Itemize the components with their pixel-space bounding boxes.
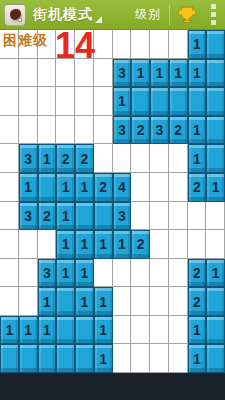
cell-r5c1[interactable]: 1	[19, 173, 38, 202]
cell-r2c7[interactable]	[131, 87, 150, 116]
cell-r3c8[interactable]: 3	[150, 116, 169, 145]
cell-r4c9[interactable]	[169, 144, 188, 173]
cell-r7c5[interactable]: 1	[94, 230, 113, 259]
cell-r1c1[interactable]	[19, 59, 38, 88]
cell-r6c9[interactable]	[169, 202, 188, 231]
cell-r6c10[interactable]	[188, 202, 207, 231]
cell-r4c7[interactable]	[131, 144, 150, 173]
cell-r6c7[interactable]	[131, 202, 150, 231]
cell-r5c6[interactable]: 4	[113, 173, 132, 202]
cell-r6c1[interactable]: 3	[19, 202, 38, 231]
cell-r8c3[interactable]: 1	[56, 259, 75, 288]
cell-r2c8[interactable]	[150, 87, 169, 116]
cell-r11c7[interactable]	[131, 344, 150, 373]
cell-r1c2[interactable]	[38, 59, 57, 88]
cell-r8c0[interactable]	[0, 259, 19, 288]
icon-grid-square	[18, 18, 22, 22]
cell-r11c2[interactable]	[38, 344, 57, 373]
trophy-icon[interactable]	[177, 5, 197, 25]
cell-r2c1[interactable]	[19, 87, 38, 116]
cell-r1c11[interactable]	[206, 59, 225, 88]
cell-r7c2[interactable]	[38, 230, 57, 259]
cell-r5c2[interactable]	[38, 173, 57, 202]
cell-r1c8[interactable]: 1	[150, 59, 169, 88]
cell-r10c6[interactable]	[113, 316, 132, 345]
cell-r4c8[interactable]	[150, 144, 169, 173]
cell-r7c0[interactable]	[0, 230, 19, 259]
overflow-menu-icon[interactable]	[207, 1, 220, 28]
cell-r11c8[interactable]	[150, 344, 169, 373]
cell-r5c5[interactable]: 2	[94, 173, 113, 202]
cell-r2c6[interactable]: 1	[113, 87, 132, 116]
mine-app-icon[interactable]	[4, 4, 26, 26]
cell-r10c8[interactable]	[150, 316, 169, 345]
cell-r6c4[interactable]	[75, 202, 94, 231]
cell-r4c11[interactable]	[206, 144, 225, 173]
cell-r0c11[interactable]	[206, 30, 225, 59]
cell-r11c9[interactable]	[169, 344, 188, 373]
cell-r3c0[interactable]	[0, 116, 19, 145]
cell-r2c0[interactable]	[0, 87, 19, 116]
cell-r10c5[interactable]: 1	[94, 316, 113, 345]
cell-r3c7[interactable]: 2	[131, 116, 150, 145]
cell-r11c1[interactable]	[19, 344, 38, 373]
cell-r9c0[interactable]	[0, 287, 19, 316]
cell-r8c1[interactable]	[19, 259, 38, 288]
cell-r1c7[interactable]: 1	[131, 59, 150, 88]
cell-r10c2[interactable]: 1	[38, 316, 57, 345]
cell-r11c4[interactable]	[75, 344, 94, 373]
cell-r9c3[interactable]	[56, 287, 75, 316]
cell-r5c8[interactable]	[150, 173, 169, 202]
cell-r1c0[interactable]	[0, 59, 19, 88]
cell-r4c4[interactable]: 2	[75, 144, 94, 173]
cell-r3c6[interactable]: 3	[113, 116, 132, 145]
cell-r4c5[interactable]	[94, 144, 113, 173]
cell-r1c4[interactable]	[75, 59, 94, 88]
cell-r10c9[interactable]	[169, 316, 188, 345]
cell-r2c9[interactable]	[169, 87, 188, 116]
spinner-caret-icon[interactable]	[95, 16, 102, 23]
cell-r1c9[interactable]: 1	[169, 59, 188, 88]
cell-r5c7[interactable]	[131, 173, 150, 202]
cell-r9c2[interactable]: 1	[38, 287, 57, 316]
cell-r8c6[interactable]	[113, 259, 132, 288]
cell-r5c9[interactable]	[169, 173, 188, 202]
cell-r11c3[interactable]	[56, 344, 75, 373]
app-bar: 街机模式 级别	[0, 0, 225, 30]
appbar-divider	[169, 5, 170, 25]
cell-r10c3[interactable]	[56, 316, 75, 345]
cell-r7c10[interactable]	[188, 230, 207, 259]
cell-r10c11[interactable]	[206, 316, 225, 345]
level-button[interactable]: 级别	[135, 6, 161, 23]
cell-r8c2[interactable]: 3	[38, 259, 57, 288]
cell-r10c4[interactable]	[75, 316, 94, 345]
cell-r1c6[interactable]: 3	[113, 59, 132, 88]
cell-r9c5[interactable]: 1	[94, 287, 113, 316]
cell-r3c10[interactable]: 1	[188, 116, 207, 145]
cell-r10c0[interactable]: 1	[0, 316, 19, 345]
cell-r7c4[interactable]: 1	[75, 230, 94, 259]
cell-r0c10[interactable]: 1	[188, 30, 207, 59]
cell-r4c1[interactable]: 3	[19, 144, 38, 173]
cell-r7c8[interactable]	[150, 230, 169, 259]
cell-r9c1[interactable]	[19, 287, 38, 316]
cell-r7c9[interactable]	[169, 230, 188, 259]
cell-r0c2[interactable]	[38, 30, 57, 59]
cell-r8c4[interactable]: 1	[75, 259, 94, 288]
cell-r0c7[interactable]	[131, 30, 150, 59]
cell-r9c6[interactable]	[113, 287, 132, 316]
cell-r6c3[interactable]: 1	[56, 202, 75, 231]
cell-r3c5[interactable]	[94, 116, 113, 145]
cell-r0c3[interactable]	[56, 30, 75, 59]
bottom-bar	[0, 373, 225, 400]
cell-r10c10[interactable]: 1	[188, 316, 207, 345]
cell-r9c10[interactable]: 2	[188, 287, 207, 316]
cell-r0c0[interactable]	[0, 30, 19, 59]
cell-r2c3[interactable]	[56, 87, 75, 116]
cell-r8c7[interactable]	[131, 259, 150, 288]
cell-r9c9[interactable]	[169, 287, 188, 316]
cell-r7c1[interactable]	[19, 230, 38, 259]
cell-r4c0[interactable]	[0, 144, 19, 173]
cell-r5c10[interactable]: 2	[188, 173, 207, 202]
cell-r3c4[interactable]	[75, 116, 94, 145]
cell-r3c3[interactable]	[56, 116, 75, 145]
cell-r9c4[interactable]: 1	[75, 287, 94, 316]
cell-r2c2[interactable]	[38, 87, 57, 116]
cell-r0c9[interactable]	[169, 30, 188, 59]
cell-r4c10[interactable]: 1	[188, 144, 207, 173]
board: 1311111323213122111124213213111123112111…	[0, 30, 225, 373]
cell-r6c11[interactable]	[206, 202, 225, 231]
cell-r5c11[interactable]: 1	[206, 173, 225, 202]
cell-r6c5[interactable]	[94, 202, 113, 231]
cell-r7c11[interactable]	[206, 230, 225, 259]
cell-r11c10[interactable]: 1	[188, 344, 207, 373]
cell-r6c2[interactable]: 2	[38, 202, 57, 231]
cell-r0c5[interactable]	[94, 30, 113, 59]
cell-r8c8[interactable]	[150, 259, 169, 288]
cell-r0c8[interactable]	[150, 30, 169, 59]
cell-r4c6[interactable]	[113, 144, 132, 173]
cell-r9c8[interactable]	[150, 287, 169, 316]
cell-r0c6[interactable]	[113, 30, 132, 59]
cell-r3c1[interactable]	[19, 116, 38, 145]
cell-r4c3[interactable]: 2	[56, 144, 75, 173]
cell-r8c10[interactable]: 2	[188, 259, 207, 288]
cell-r9c11[interactable]	[206, 287, 225, 316]
cell-r7c7[interactable]: 2	[131, 230, 150, 259]
cell-r10c1[interactable]: 1	[19, 316, 38, 345]
cell-r8c9[interactable]	[169, 259, 188, 288]
cell-r9c7[interactable]	[131, 287, 150, 316]
cell-r11c5[interactable]: 1	[94, 344, 113, 373]
cell-r2c10[interactable]	[188, 87, 207, 116]
cell-r7c3[interactable]: 1	[56, 230, 75, 259]
cell-r8c11[interactable]: 1	[206, 259, 225, 288]
cell-r5c0[interactable]	[0, 173, 19, 202]
cell-r10c7[interactable]	[131, 316, 150, 345]
cell-r2c11[interactable]	[206, 87, 225, 116]
cell-r3c9[interactable]: 2	[169, 116, 188, 145]
page-title[interactable]: 街机模式	[33, 6, 93, 24]
cell-r11c6[interactable]	[113, 344, 132, 373]
cell-r6c8[interactable]	[150, 202, 169, 231]
cell-r2c4[interactable]	[75, 87, 94, 116]
cell-r1c5[interactable]	[94, 59, 113, 88]
cell-r2c5[interactable]	[94, 87, 113, 116]
cell-r5c4[interactable]: 1	[75, 173, 94, 202]
app-screen: 街机模式 级别 13111113232131221111242132131111…	[0, 0, 225, 400]
cell-r4c2[interactable]: 1	[38, 144, 57, 173]
cell-r7c6[interactable]: 1	[113, 230, 132, 259]
cell-r0c4[interactable]	[75, 30, 94, 59]
cell-r1c10[interactable]: 1	[188, 59, 207, 88]
cell-r5c3[interactable]: 1	[56, 173, 75, 202]
cell-r11c0[interactable]	[0, 344, 19, 373]
cell-r3c11[interactable]	[206, 116, 225, 145]
cell-r8c5[interactable]	[94, 259, 113, 288]
cell-r6c0[interactable]	[0, 202, 19, 231]
cell-r11c11[interactable]	[206, 344, 225, 373]
cell-r1c3[interactable]	[56, 59, 75, 88]
cell-r3c2[interactable]	[38, 116, 57, 145]
cell-r0c1[interactable]	[19, 30, 38, 59]
cell-r6c6[interactable]: 3	[113, 202, 132, 231]
